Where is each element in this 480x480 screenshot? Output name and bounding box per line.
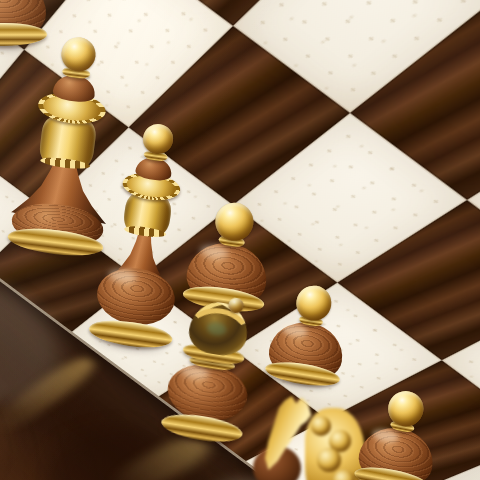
luxury-chess-board-photo (0, 0, 480, 480)
mane-curl (317, 448, 341, 472)
gold-crown-drum (38, 116, 97, 168)
chess-piece-pawn (263, 280, 355, 390)
bishop-wood-teardrop (93, 263, 178, 329)
wood-turning-rings (93, 263, 178, 329)
mane-curl (311, 416, 331, 436)
pieces-layer (0, 0, 480, 480)
